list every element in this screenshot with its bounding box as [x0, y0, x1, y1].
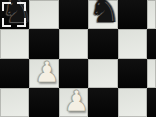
- square-r3-c4[interactable]: [118, 88, 147, 117]
- selection-bracket-tr: [17, 2, 26, 11]
- square-r0-c3[interactable]: ♞: [88, 0, 117, 29]
- chess-board: ♞♞♟♟: [0, 0, 156, 117]
- square-r2-c5[interactable]: [147, 59, 156, 88]
- square-r0-c5[interactable]: [147, 0, 156, 29]
- square-r3-c0[interactable]: [0, 88, 29, 117]
- square-r0-c4[interactable]: [118, 0, 147, 29]
- selection-bracket-br: [17, 18, 26, 27]
- square-r1-c4[interactable]: [118, 29, 147, 58]
- selection-bracket-tl: [2, 2, 11, 11]
- square-r2-c4[interactable]: [118, 59, 147, 88]
- square-r0-c1[interactable]: [29, 0, 58, 29]
- square-r1-c3[interactable]: [88, 29, 117, 58]
- square-r2-c3[interactable]: [88, 59, 117, 88]
- square-r0-c0[interactable]: ♞: [0, 0, 29, 29]
- square-r1-c5[interactable]: [147, 29, 156, 58]
- square-r3-c2[interactable]: ♟: [59, 88, 88, 117]
- square-r3-c3[interactable]: [88, 88, 117, 117]
- white-pawn[interactable]: ♟: [32, 58, 61, 87]
- selection-bracket-bl: [2, 18, 11, 27]
- square-r2-c0[interactable]: [0, 59, 29, 88]
- black-knight[interactable]: ♞: [88, 0, 117, 28]
- square-r3-c5[interactable]: [147, 88, 156, 117]
- square-r3-c1[interactable]: [29, 88, 58, 117]
- square-r1-c0[interactable]: [0, 29, 29, 58]
- square-r0-c2[interactable]: [59, 0, 88, 29]
- square-r1-c2[interactable]: [59, 29, 88, 58]
- white-pawn[interactable]: ♟: [62, 87, 91, 116]
- square-r2-c1[interactable]: ♟: [29, 59, 58, 88]
